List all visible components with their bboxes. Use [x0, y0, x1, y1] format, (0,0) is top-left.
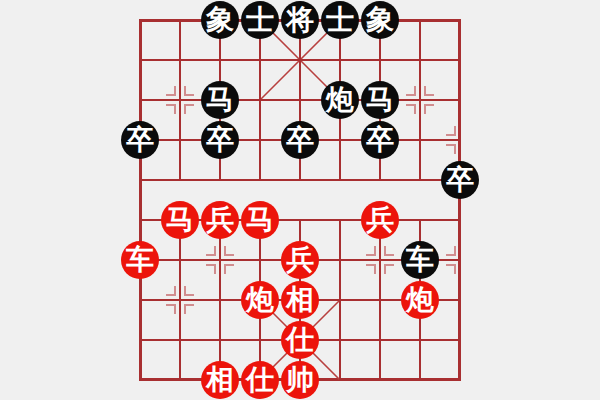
piece-red-soldier[interactable]: 兵: [361, 201, 399, 239]
piece-black-soldier[interactable]: 卒: [281, 121, 319, 159]
piece-black-soldier[interactable]: 卒: [121, 121, 159, 159]
piece-character: 炮: [246, 286, 274, 314]
piece-character: 象: [206, 6, 234, 34]
piece-character: 卒: [126, 126, 154, 154]
piece-black-horse[interactable]: 马: [201, 81, 239, 119]
piece-black-advisor[interactable]: 士: [241, 1, 279, 39]
piece-red-horse[interactable]: 马: [161, 201, 199, 239]
piece-character: 车: [406, 246, 434, 274]
piece-character: 马: [366, 86, 394, 114]
piece-red-horse[interactable]: 马: [241, 201, 279, 239]
xiangqi-board-scene: 象士将士象马炮马卒卒卒卒卒车马兵马兵车兵炮相炮仕相仕帅: [0, 0, 600, 400]
piece-character: 兵: [286, 246, 314, 274]
piece-character: 马: [246, 206, 274, 234]
piece-character: 马: [166, 206, 194, 234]
piece-red-elephant[interactable]: 相: [281, 281, 319, 319]
piece-character: 马: [206, 86, 234, 114]
piece-black-elephant[interactable]: 象: [361, 1, 399, 39]
piece-character: 士: [246, 6, 274, 34]
piece-red-soldier[interactable]: 兵: [281, 241, 319, 279]
piece-black-elephant[interactable]: 象: [201, 1, 239, 39]
piece-black-soldier[interactable]: 卒: [361, 121, 399, 159]
piece-black-horse[interactable]: 马: [361, 81, 399, 119]
piece-red-soldier[interactable]: 兵: [201, 201, 239, 239]
piece-red-elephant[interactable]: 相: [201, 361, 239, 399]
piece-character: 炮: [326, 86, 354, 114]
piece-character: 相: [206, 366, 234, 394]
piece-character: 仕: [246, 366, 274, 394]
piece-black-chariot[interactable]: 车: [401, 241, 439, 279]
piece-red-general[interactable]: 帅: [281, 361, 319, 399]
piece-character: 仕: [286, 326, 314, 354]
piece-character: 象: [366, 6, 394, 34]
piece-character: 卒: [366, 126, 394, 154]
piece-character: 炮: [406, 286, 434, 314]
piece-black-soldier[interactable]: 卒: [441, 161, 479, 199]
piece-black-advisor[interactable]: 士: [321, 1, 359, 39]
piece-red-advisor[interactable]: 仕: [281, 321, 319, 359]
piece-red-chariot[interactable]: 车: [121, 241, 159, 279]
piece-character: 相: [286, 286, 314, 314]
piece-character: 车: [126, 246, 154, 274]
piece-red-cannon[interactable]: 炮: [401, 281, 439, 319]
piece-character: 帅: [286, 366, 314, 394]
piece-red-cannon[interactable]: 炮: [241, 281, 279, 319]
piece-character: 兵: [206, 206, 234, 234]
piece-character: 士: [326, 6, 354, 34]
piece-black-cannon[interactable]: 炮: [321, 81, 359, 119]
piece-character: 卒: [286, 126, 314, 154]
piece-character: 卒: [206, 126, 234, 154]
xiangqi-board[interactable]: 象士将士象马炮马卒卒卒卒卒车马兵马兵车兵炮相炮仕相仕帅: [120, 0, 480, 400]
piece-black-general[interactable]: 将: [281, 1, 319, 39]
piece-character: 卒: [446, 166, 474, 194]
piece-black-soldier[interactable]: 卒: [201, 121, 239, 159]
piece-character: 将: [286, 6, 314, 34]
piece-red-advisor[interactable]: 仕: [241, 361, 279, 399]
piece-character: 兵: [366, 206, 394, 234]
